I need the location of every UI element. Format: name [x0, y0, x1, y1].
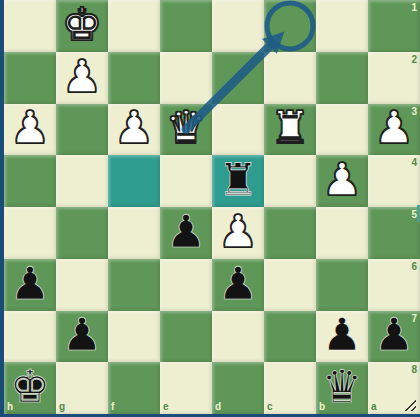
square-d1[interactable] [212, 0, 264, 52]
square-h2[interactable] [4, 52, 56, 104]
square-b1[interactable] [316, 0, 368, 52]
black-pawn[interactable]: ♟ [62, 312, 102, 357]
square-b5[interactable] [316, 207, 368, 259]
square-f6[interactable] [108, 259, 160, 311]
square-g5[interactable] [56, 207, 108, 259]
square-b2[interactable] [316, 52, 368, 104]
square-h7[interactable] [4, 311, 56, 363]
rank-label-8: 8 [411, 365, 417, 375]
square-e6[interactable] [160, 259, 212, 311]
square-e5[interactable]: ♟ [160, 207, 212, 259]
rank-label-4: 4 [411, 158, 417, 168]
square-b8[interactable]: b♛ [316, 362, 368, 414]
black-pawn[interactable]: ♟ [374, 312, 414, 357]
square-a3[interactable]: 3♟ [368, 104, 420, 156]
white-pawn[interactable]: ♟ [322, 157, 362, 202]
file-label-b: b [319, 402, 325, 412]
square-c7[interactable] [264, 311, 316, 363]
white-pawn[interactable]: ♟ [218, 209, 258, 254]
square-e3[interactable]: ♛ [160, 104, 212, 156]
white-pawn[interactable]: ♟ [10, 105, 50, 150]
square-b4[interactable]: ♟ [316, 155, 368, 207]
square-d2[interactable] [212, 52, 264, 104]
chess-board-window: ♚1♟2♟♟♛♜3♟♜♟4♟♟5♟♟6♟♟7♟h♚gfedcb♛8a [0, 0, 420, 417]
rank-label-7: 7 [411, 314, 417, 324]
square-d4[interactable]: ♜ [212, 155, 264, 207]
square-c5[interactable] [264, 207, 316, 259]
square-c4[interactable] [264, 155, 316, 207]
rank-label-3: 3 [411, 107, 417, 117]
white-pawn[interactable]: ♟ [374, 105, 414, 150]
square-e1[interactable] [160, 0, 212, 52]
square-h6[interactable]: ♟ [4, 259, 56, 311]
square-a5[interactable]: 5 [368, 207, 420, 259]
square-g4[interactable] [56, 155, 108, 207]
square-c8[interactable]: c [264, 362, 316, 414]
square-h3[interactable]: ♟ [4, 104, 56, 156]
square-d3[interactable] [212, 104, 264, 156]
square-a2[interactable]: 2 [368, 52, 420, 104]
square-f3[interactable]: ♟ [108, 104, 160, 156]
square-a7[interactable]: 7♟ [368, 311, 420, 363]
square-e7[interactable] [160, 311, 212, 363]
square-h8[interactable]: h♚ [4, 362, 56, 414]
black-pawn[interactable]: ♟ [218, 261, 258, 306]
square-c1[interactable] [264, 0, 316, 52]
rank-label-2: 2 [411, 55, 417, 65]
black-queen[interactable]: ♛ [322, 364, 362, 409]
square-c2[interactable] [264, 52, 316, 104]
square-h5[interactable] [4, 207, 56, 259]
square-g2[interactable]: ♟ [56, 52, 108, 104]
file-label-c: c [267, 402, 273, 412]
black-rook[interactable]: ♜ [218, 157, 258, 202]
square-g6[interactable] [56, 259, 108, 311]
square-a1[interactable]: 1 [368, 0, 420, 52]
square-b7[interactable]: ♟ [316, 311, 368, 363]
square-a6[interactable]: 6 [368, 259, 420, 311]
file-label-a: a [371, 402, 377, 412]
white-queen[interactable]: ♛ [166, 105, 206, 150]
square-f7[interactable] [108, 311, 160, 363]
white-pawn[interactable]: ♟ [62, 54, 102, 99]
square-f4[interactable] [108, 155, 160, 207]
square-f5[interactable] [108, 207, 160, 259]
white-king[interactable]: ♚ [62, 2, 102, 47]
file-label-h: h [7, 402, 13, 412]
rank-label-1: 1 [411, 3, 417, 13]
square-g3[interactable] [56, 104, 108, 156]
black-king[interactable]: ♚ [10, 364, 50, 409]
file-label-e: e [163, 402, 169, 412]
file-label-g: g [59, 402, 65, 412]
square-c6[interactable] [264, 259, 316, 311]
square-h4[interactable] [4, 155, 56, 207]
square-h1[interactable] [4, 0, 56, 52]
square-a4[interactable]: 4 [368, 155, 420, 207]
square-g8[interactable]: g [56, 362, 108, 414]
black-pawn[interactable]: ♟ [166, 209, 206, 254]
square-f8[interactable]: f [108, 362, 160, 414]
white-pawn[interactable]: ♟ [114, 105, 154, 150]
white-rook[interactable]: ♜ [270, 105, 310, 150]
square-c3[interactable]: ♜ [264, 104, 316, 156]
rank-label-6: 6 [411, 262, 417, 272]
square-f2[interactable] [108, 52, 160, 104]
black-pawn[interactable]: ♟ [322, 312, 362, 357]
square-e8[interactable]: e [160, 362, 212, 414]
square-d5[interactable]: ♟ [212, 207, 264, 259]
chess-board[interactable]: ♚1♟2♟♟♛♜3♟♜♟4♟♟5♟♟6♟♟7♟h♚gfedcb♛8a [4, 0, 420, 414]
square-d6[interactable]: ♟ [212, 259, 264, 311]
square-e4[interactable] [160, 155, 212, 207]
black-pawn[interactable]: ♟ [10, 261, 50, 306]
square-d8[interactable]: d [212, 362, 264, 414]
square-b6[interactable] [316, 259, 368, 311]
square-g1[interactable]: ♚ [56, 0, 108, 52]
square-f1[interactable] [108, 0, 160, 52]
square-d7[interactable] [212, 311, 264, 363]
file-label-d: d [215, 402, 221, 412]
square-e2[interactable] [160, 52, 212, 104]
file-label-f: f [111, 402, 114, 412]
square-g7[interactable]: ♟ [56, 311, 108, 363]
square-b3[interactable] [316, 104, 368, 156]
